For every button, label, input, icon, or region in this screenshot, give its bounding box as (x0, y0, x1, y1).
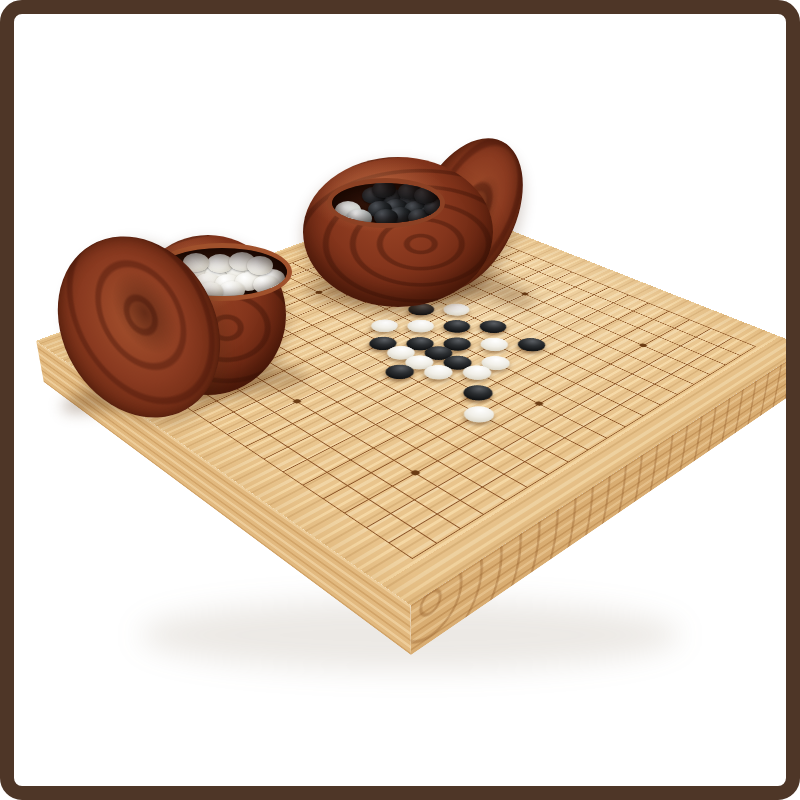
black-bowl-opening (327, 178, 445, 228)
white-stone-in-bowl (253, 275, 279, 294)
black-stone-in-bowl (414, 187, 438, 204)
white-stone-in-bowl (247, 256, 273, 275)
product-photo-stage (0, 0, 800, 800)
black-stone-in-bowl (374, 209, 398, 226)
black-stone-in-bowl (372, 181, 396, 198)
